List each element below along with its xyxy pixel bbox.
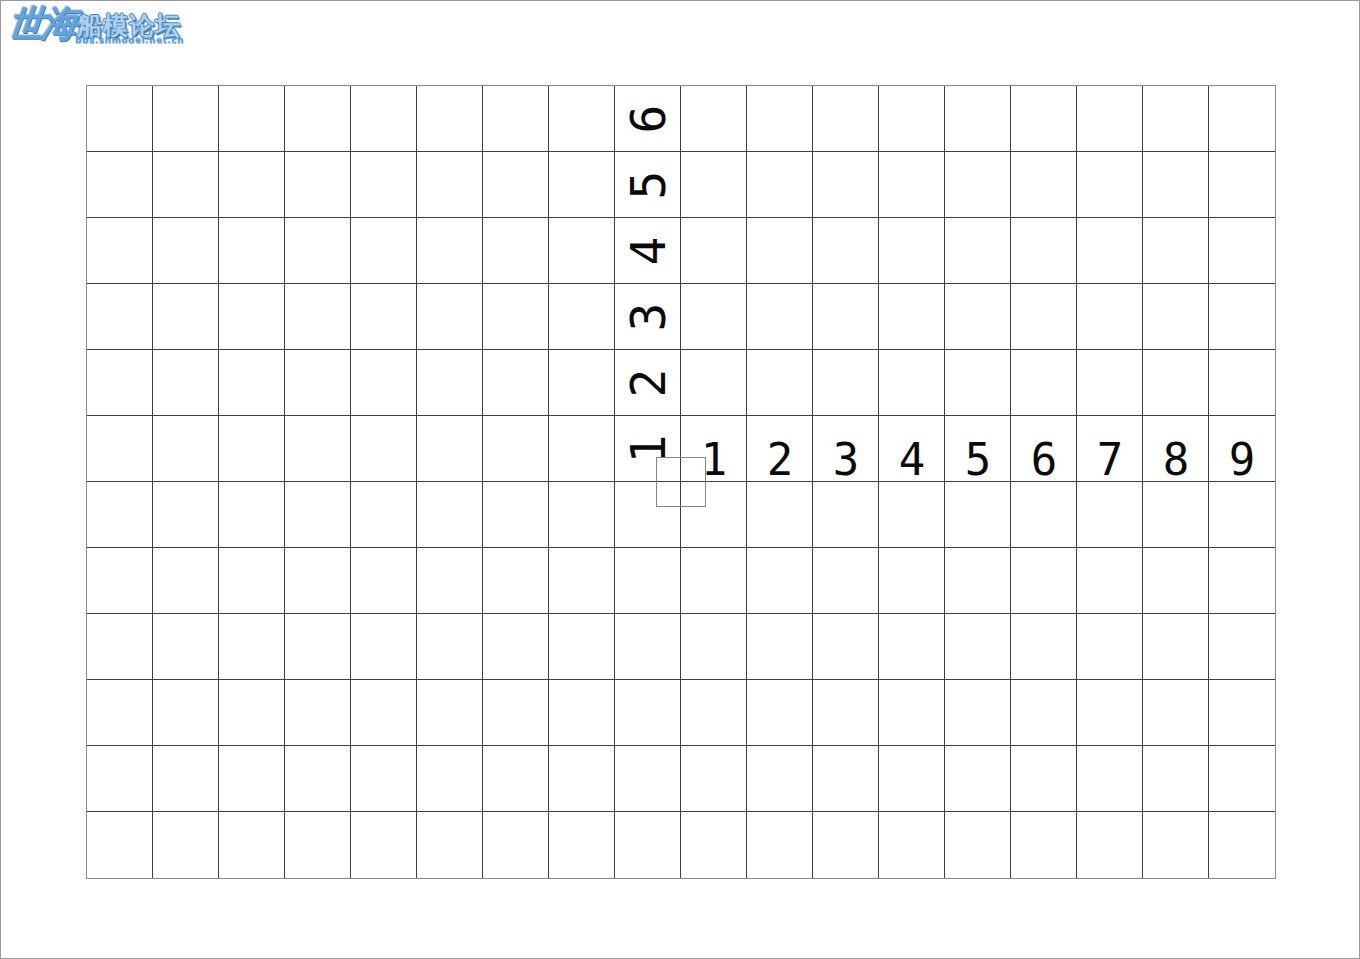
grid-cell [87,614,153,680]
grid-cell [285,614,351,680]
grid-cell [1143,86,1209,152]
grid-cell [945,680,1011,746]
grid-cell [549,218,615,284]
grid-cell [945,218,1011,284]
grid-cell [747,482,813,548]
grid-cell [945,482,1011,548]
grid-cell [879,416,945,482]
grid-cell [945,350,1011,416]
grid-cell [153,614,219,680]
grid-cell [417,350,483,416]
grid-cell [813,284,879,350]
grid-cell [1143,614,1209,680]
grid-cell [87,482,153,548]
grid-cell [285,812,351,878]
grid-cell [1011,86,1077,152]
grid-cell [219,746,285,812]
grid-cell [219,812,285,878]
grid-cell [681,680,747,746]
grid-cell [417,746,483,812]
grid-cell [1011,812,1077,878]
grid-cell [417,284,483,350]
grid-cell [483,746,549,812]
grid-cell [1209,416,1275,482]
grid-cell [879,86,945,152]
grid-cell [813,482,879,548]
grid-cell [1011,284,1077,350]
grid-cell [1077,614,1143,680]
grid-cell [153,86,219,152]
grid-cell [153,218,219,284]
grid-cell [153,152,219,218]
grid-cell [417,680,483,746]
grid-cell [549,614,615,680]
grid-cell [483,350,549,416]
grid-cell [1143,482,1209,548]
grid-cell [813,614,879,680]
grid-cell [549,284,615,350]
grid-cell [747,152,813,218]
grid-cell [549,812,615,878]
grid-cell [1209,614,1275,680]
grid-cell [1143,284,1209,350]
grid-cell [87,86,153,152]
grid-cell [1077,218,1143,284]
grid-cell [1077,284,1143,350]
grid-cell [1143,218,1209,284]
grid-cell [1011,614,1077,680]
grid-cell [417,416,483,482]
grid-cell [879,548,945,614]
grid-cell [285,416,351,482]
grid-cell [351,416,417,482]
grid-cell [813,350,879,416]
grid-cell [483,218,549,284]
grid-cell [1209,350,1275,416]
grid-cell [219,416,285,482]
grid-cell [747,614,813,680]
grid-cell [1143,548,1209,614]
grid-cell [747,218,813,284]
grid-cell [747,746,813,812]
grid-cell [945,284,1011,350]
grid-cell [1143,680,1209,746]
grid-cell [285,680,351,746]
grid-cell [1011,350,1077,416]
grid-cell [1077,86,1143,152]
grid-cell [615,812,681,878]
grid-cell [1143,416,1209,482]
grid-cell [219,218,285,284]
grid-cell [1011,548,1077,614]
grid-cell [483,482,549,548]
grid-cell [1209,482,1275,548]
grid-cell [813,86,879,152]
grid-cell [681,218,747,284]
grid-cell [285,746,351,812]
grid-cell [285,218,351,284]
grid-cell [417,218,483,284]
grid-cell [879,680,945,746]
logo-url: bbs.shmodel.net.cn [75,35,184,45]
grid-cell [747,350,813,416]
grid-cell [681,284,747,350]
grid-cell [1011,152,1077,218]
grid-cell [219,350,285,416]
grid-cell [351,284,417,350]
grid-cell [1209,746,1275,812]
grid-cell [1077,746,1143,812]
grid-cell [219,86,285,152]
grid-cell [1077,416,1143,482]
grid-cell [87,416,153,482]
grid-cell [1077,680,1143,746]
grid-cell [879,746,945,812]
grid-cell [1077,152,1143,218]
grid-cell [351,218,417,284]
grid-cell [1143,812,1209,878]
grid-cell [483,284,549,350]
grid-cell [417,548,483,614]
grid-cell [1077,482,1143,548]
grid-cell [285,482,351,548]
grid-cell [813,812,879,878]
grid-cell [285,152,351,218]
grid-cell [285,350,351,416]
grid-cell [615,284,681,350]
grid-cell [879,284,945,350]
grid-cell [351,86,417,152]
grid-cell [483,614,549,680]
grid-cell [87,284,153,350]
grid-cell [549,548,615,614]
grid-cell [351,812,417,878]
grid-cell [87,548,153,614]
grid-cell [1209,812,1275,878]
grid-cell [1209,548,1275,614]
grid-cell [351,152,417,218]
grid-cell [285,86,351,152]
grid-cell [1209,284,1275,350]
grid-cell [153,812,219,878]
grid-cell [747,86,813,152]
grid-cell [747,284,813,350]
grid-cell [879,218,945,284]
grid-cell [483,548,549,614]
grid-cell [681,350,747,416]
grid-cell [1209,680,1275,746]
grid-cell [483,416,549,482]
grid-cell [1011,218,1077,284]
grid-cell [615,218,681,284]
grid-cell [1077,350,1143,416]
grid-cell [1011,416,1077,482]
grid-cell [219,680,285,746]
grid-cell [1011,746,1077,812]
grid-cell [615,746,681,812]
grid-cell [351,548,417,614]
grid-cell [219,482,285,548]
grid-cell [615,548,681,614]
grid-cell [417,614,483,680]
grid-cell [813,218,879,284]
grid-cell [219,614,285,680]
grid-cell [813,548,879,614]
grid-cell [549,152,615,218]
grid-cell [549,350,615,416]
grid-cell [945,416,1011,482]
grid-cell [945,152,1011,218]
grid-cell [549,416,615,482]
forum-logo: 世海 船模论坛 bbs.shmodel.net.cn [9,5,184,45]
grid-cell [87,746,153,812]
grid-cell [879,614,945,680]
grid-cell [87,218,153,284]
grid-cell [615,86,681,152]
grid-cell [945,548,1011,614]
grid-cell [153,350,219,416]
grid-cell [681,152,747,218]
grid-cell [879,812,945,878]
grid-cell [549,746,615,812]
grid-cell [417,812,483,878]
grid-cell [681,746,747,812]
grid-cell [747,812,813,878]
grid-cell [351,350,417,416]
grid-cell [153,680,219,746]
grid-cell [1209,152,1275,218]
grid-cell [219,548,285,614]
grid-cell [549,482,615,548]
grid-cell [417,86,483,152]
grid-cell [219,284,285,350]
page: 世海 船模论坛 bbs.shmodel.net.cn 6543211234567… [0,0,1360,959]
grid-cell [747,680,813,746]
grid-cell [615,680,681,746]
grid-cell [351,746,417,812]
grid-cell [945,746,1011,812]
grid-cell [813,152,879,218]
grid-cell [87,680,153,746]
grid-cell [879,482,945,548]
coordinate-grid: 654321123456789 [86,85,1276,879]
grid-cell [1143,350,1209,416]
grid-cell [1143,152,1209,218]
grid-cell [351,680,417,746]
grid-cell [945,614,1011,680]
grid-cell [153,416,219,482]
grid-cell [549,680,615,746]
grid-cell [219,152,285,218]
grid-cell [879,152,945,218]
grid-cell [351,614,417,680]
grid-cell [417,152,483,218]
grid-cell [1209,218,1275,284]
grid-cell [681,548,747,614]
grid-cell [549,86,615,152]
grid-cell [87,350,153,416]
grid-cell [1011,680,1077,746]
logo-brand-mark: 世海 [7,5,77,41]
grid-cell [747,548,813,614]
origin-marker [656,457,706,507]
grid-cell [87,812,153,878]
grid-cell [285,284,351,350]
grid-cell [813,680,879,746]
grid-cell [945,86,1011,152]
grid-cell [153,482,219,548]
grid-cell [879,350,945,416]
grid-cell [417,482,483,548]
grid-cell [1077,548,1143,614]
grid-cell [1011,482,1077,548]
grid-cell [153,746,219,812]
grid-cell [681,614,747,680]
grid-cell [681,86,747,152]
grid-cell [153,284,219,350]
grid-cell [153,548,219,614]
grid-cell [813,416,879,482]
grid-cell [483,812,549,878]
grid-cell [1209,86,1275,152]
grid-cell [87,152,153,218]
grid-cell [1143,746,1209,812]
grid-cell [945,812,1011,878]
grid-cell [813,746,879,812]
grid-cell [285,548,351,614]
grid-cell [681,812,747,878]
grid-cell [747,416,813,482]
grid-cell [483,680,549,746]
grid-cell [615,614,681,680]
grid-cell [351,482,417,548]
grid-cell [483,86,549,152]
grid-cell [1077,812,1143,878]
grid-cell [615,350,681,416]
grid-cell [615,152,681,218]
grid-cell [483,152,549,218]
